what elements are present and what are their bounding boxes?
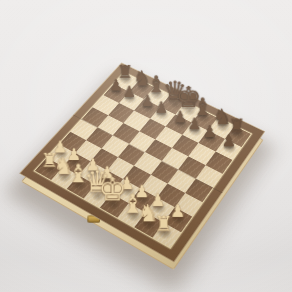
product-photo-scene: ♜♞♝♛♚♝♞♜♟♟♟♟♟♟♟♟♟♟♟♟♟♟♟♟♜♞♝♛♚♝♞♜ (0, 0, 292, 292)
chess-board: ♜♞♝♛♚♝♞♜♟♟♟♟♟♟♟♟♟♟♟♟♟♟♟♟♜♞♝♛♚♝♞♜ (19, 63, 265, 263)
